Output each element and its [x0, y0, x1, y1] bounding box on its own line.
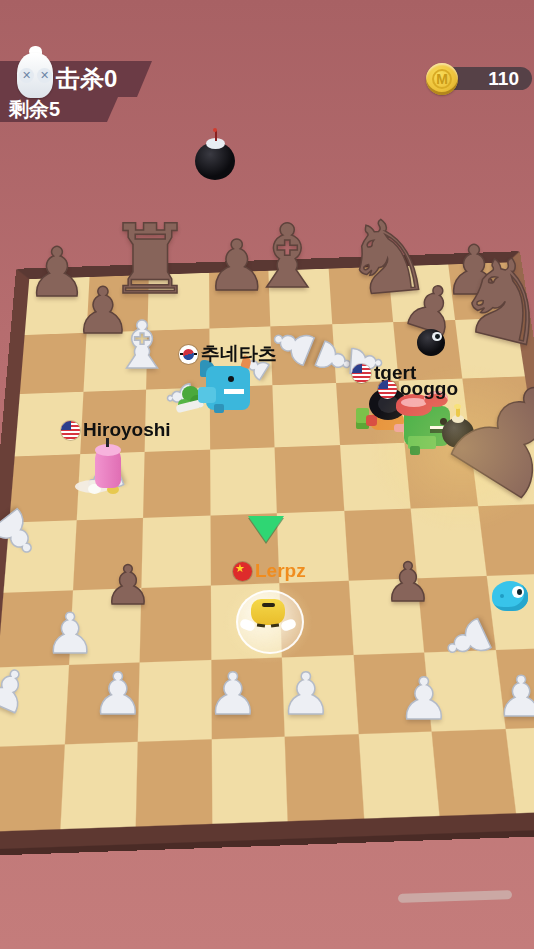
square-a7: [20, 333, 86, 394]
square-a4: [3, 520, 76, 593]
square-a5: [9, 454, 79, 522]
square-c5: [143, 450, 210, 518]
slot: [262, 603, 275, 607]
square-e1: [285, 734, 364, 821]
player-name-0: Hiroyoshi: [61, 419, 171, 441]
fuse-tip: [213, 128, 217, 132]
player-name-text: Lerpz: [255, 560, 306, 582]
snout: [198, 387, 216, 403]
square-e6: [272, 383, 339, 447]
blob: [492, 581, 528, 611]
square-d5: [210, 447, 277, 515]
square-b7: [83, 331, 148, 392]
us-flag-icon: [352, 364, 371, 383]
kr-flag-icon: [179, 345, 198, 364]
square-f2: [353, 653, 432, 735]
square-g8: [388, 265, 455, 323]
game-viewport[interactable]: ♟♜♟♟♝♞♟♟♞♟♟♟♝♟♟♟♟♟♟♟♟♟♟♟♟♟♟♟Hiroyoshi추네타…: [0, 0, 534, 949]
fuse: [215, 130, 217, 141]
square-a3: [0, 590, 72, 667]
square-c2: [138, 660, 211, 742]
kill-label: 击杀: [56, 65, 104, 92]
square-b2: [64, 662, 139, 744]
square-c8: [147, 273, 208, 331]
coin-icon: M: [426, 63, 458, 95]
kill-value: 0: [104, 65, 117, 92]
leg: [214, 404, 224, 413]
eye: [512, 586, 524, 598]
square-d8: [209, 271, 271, 329]
square-a8: [25, 277, 89, 335]
eye: [228, 376, 234, 382]
square-g3: [417, 576, 495, 653]
remaining-counter: 剩余5: [0, 97, 118, 122]
self-indicator-arrow: [248, 516, 284, 542]
square-a1: [0, 744, 64, 831]
remaining-value: 5: [49, 98, 60, 120]
square-b1: [60, 742, 138, 829]
square-b3: [68, 588, 141, 665]
square-e2: [282, 655, 358, 737]
square-e5: [275, 445, 344, 513]
square-e8: [268, 269, 331, 327]
player-name-text: 추네타츠: [201, 341, 277, 367]
square-a2: [0, 665, 68, 747]
square-f3: [348, 578, 424, 655]
square-d1: [211, 737, 287, 824]
square-c3: [140, 586, 211, 663]
teeth: [224, 389, 244, 394]
us-flag-icon: [61, 421, 80, 440]
player-name-text: ooggo: [400, 378, 458, 400]
square-d2: [211, 657, 285, 739]
player-name-3: ooggo: [378, 378, 458, 400]
square-h8: [448, 262, 516, 320]
square-g2: [424, 650, 505, 732]
player-name-1: 추네타츠: [179, 341, 277, 367]
cn-flag-icon: ★: [233, 562, 252, 581]
square-c4: [141, 516, 210, 588]
floor-highlight: [398, 890, 512, 903]
square-f8: [328, 267, 393, 325]
square-c1: [136, 739, 212, 826]
us-flag-icon: [378, 380, 397, 399]
x-eye-left: ✕: [19, 68, 34, 83]
square-g1: [432, 729, 516, 816]
square-e7: [270, 324, 335, 385]
square-b4: [72, 518, 143, 590]
square-f1: [358, 732, 439, 819]
coin-value: 110: [488, 68, 519, 89]
remaining-label: 剩余: [9, 98, 49, 120]
dead-pawn-icon: ✕ ✕: [12, 44, 58, 98]
freckle: [500, 594, 504, 598]
player-name-text: Hiroyoshi: [83, 419, 171, 441]
x-eye-right: ✕: [37, 68, 52, 83]
square-b8: [86, 275, 149, 333]
player-name-self: ★Lerpz: [233, 560, 306, 582]
